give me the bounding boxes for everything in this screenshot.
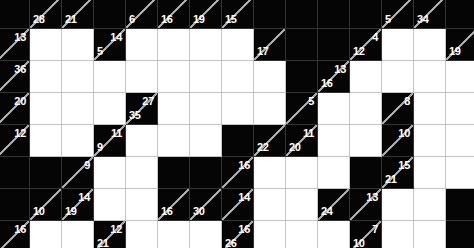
cell-r3c10[interactable] (318, 93, 350, 125)
cell-r6c12[interactable] (382, 189, 414, 221)
cell-r7c2[interactable] (62, 221, 94, 248)
cell-r0c14 (446, 0, 474, 29)
cell-r4c9: 1120 (286, 125, 318, 157)
cell-r2c9 (286, 61, 318, 93)
cell-r2c0: 36 (0, 61, 30, 93)
across-clue: 15 (398, 160, 410, 171)
cell-r6c3[interactable] (94, 189, 126, 221)
cell-r4c8: 22 (254, 125, 286, 157)
cell-r4c0: 12 (0, 125, 30, 157)
cell-r6c7: 14 (222, 189, 254, 221)
across-clue: 9 (84, 160, 90, 171)
cell-r7c5[interactable] (158, 221, 190, 248)
cell-r5c2: 9 (62, 157, 94, 189)
cell-r2c3[interactable] (94, 61, 126, 93)
across-clue: 14 (238, 192, 250, 203)
cell-r1c7[interactable] (222, 29, 254, 61)
cell-r4c14[interactable] (446, 125, 474, 157)
cell-r1c2[interactable] (62, 29, 94, 61)
cell-r3c7[interactable] (222, 93, 254, 125)
cell-r5c14[interactable] (446, 157, 474, 189)
cell-r3c4: 2735 (126, 93, 158, 125)
down-clue: 15 (225, 14, 237, 25)
across-clue: 14 (110, 32, 122, 43)
kakuro-board: 2821616191553413145174121936131620273558… (0, 0, 474, 248)
cell-r6c0 (0, 189, 30, 221)
down-clue: 26 (225, 238, 237, 248)
cell-r2c14[interactable] (446, 61, 474, 93)
cell-r4c10[interactable] (318, 125, 350, 157)
cell-r0c7: 15 (222, 0, 254, 29)
cell-r0c10 (318, 0, 350, 29)
cell-r6c11: 13 (350, 189, 382, 221)
cell-r3c13[interactable] (414, 93, 446, 125)
across-clue: 5 (308, 96, 314, 107)
cell-r7c6[interactable] (190, 221, 222, 248)
down-clue: 9 (97, 142, 103, 153)
down-clue: 19 (65, 206, 77, 217)
down-clue: 22 (257, 142, 269, 153)
cell-r2c1[interactable] (30, 61, 62, 93)
down-clue: 16 (321, 78, 333, 89)
cell-r0c13: 34 (414, 0, 446, 29)
cell-r1c13[interactable] (414, 29, 446, 61)
cell-r1c9 (286, 29, 318, 61)
cell-r5c0 (0, 157, 30, 189)
across-clue: 11 (111, 128, 122, 139)
cell-r3c6[interactable] (190, 93, 222, 125)
cell-r2c6[interactable] (190, 61, 222, 93)
cell-r2c7[interactable] (222, 61, 254, 93)
across-clue: 20 (14, 96, 26, 107)
down-clue: 10 (353, 238, 365, 248)
cell-r0c8 (254, 0, 286, 29)
cell-r6c4[interactable] (126, 189, 158, 221)
cell-r3c11[interactable] (350, 93, 382, 125)
cell-r7c4[interactable] (126, 221, 158, 248)
cell-r7c9[interactable] (286, 221, 318, 248)
cell-r2c10: 1316 (318, 61, 350, 93)
down-clue: 21 (385, 174, 397, 185)
cell-r3c9: 5 (286, 93, 318, 125)
cell-r2c4[interactable] (126, 61, 158, 93)
down-clue: 21 (65, 14, 77, 25)
cell-r4c5[interactable] (158, 125, 190, 157)
cell-r1c3: 145 (94, 29, 126, 61)
across-clue: 10 (398, 128, 410, 139)
down-clue: 6 (129, 14, 135, 25)
cell-r7c10[interactable] (318, 221, 350, 248)
cell-r7c3: 1221 (94, 221, 126, 248)
kakuro-grid: 2821616191553413145174121936131620273558… (0, 0, 474, 248)
cell-r4c1[interactable] (30, 125, 62, 157)
down-clue: 30 (193, 206, 205, 217)
cell-r0c9 (286, 0, 318, 29)
across-clue: 27 (142, 96, 154, 107)
cell-r5c8[interactable] (254, 157, 286, 189)
cell-r4c12: 10 (382, 125, 414, 157)
down-clue: 19 (193, 14, 205, 25)
cell-r6c5: 16 (158, 189, 190, 221)
cell-r1c4[interactable] (126, 29, 158, 61)
down-clue: 5 (97, 46, 103, 57)
cell-r7c12[interactable] (382, 221, 414, 248)
cell-r4c13[interactable] (414, 125, 446, 157)
cell-r6c9[interactable] (286, 189, 318, 221)
cell-r7c0: 16 (0, 221, 30, 248)
cell-r6c14 (446, 189, 474, 221)
cell-r1c6[interactable] (190, 29, 222, 61)
cell-r5c11 (350, 157, 382, 189)
cell-r3c12: 8 (382, 93, 414, 125)
cell-r4c7 (222, 125, 254, 157)
cell-r2c13[interactable] (414, 61, 446, 93)
down-clue: 34 (417, 14, 429, 25)
cell-r0c1: 28 (30, 0, 62, 29)
across-clue: 16 (238, 224, 250, 235)
cell-r2c5[interactable] (158, 61, 190, 93)
cell-r0c5: 16 (158, 0, 190, 29)
across-clue: 16 (238, 160, 250, 171)
cell-r1c11: 412 (350, 29, 382, 61)
cell-r3c3[interactable] (94, 93, 126, 125)
down-clue: 16 (161, 14, 173, 25)
cell-r5c7: 16 (222, 157, 254, 189)
cell-r5c13[interactable] (414, 157, 446, 189)
cell-r4c2[interactable] (62, 125, 94, 157)
cell-r5c1 (30, 157, 62, 189)
down-clue: 12 (353, 46, 365, 57)
cell-r2c8[interactable] (254, 61, 286, 93)
cell-r7c14 (446, 221, 474, 248)
cell-r1c8: 17 (254, 29, 286, 61)
across-clue: 16 (14, 224, 26, 235)
cell-r4c3: 119 (94, 125, 126, 157)
across-clue: 36 (14, 64, 26, 75)
cell-r6c13[interactable] (414, 189, 446, 221)
cell-r5c5 (158, 157, 190, 189)
cell-r1c0: 13 (0, 29, 30, 61)
cell-r0c2: 21 (62, 0, 94, 29)
down-clue: 21 (97, 238, 109, 248)
across-clue: 11 (303, 128, 314, 139)
down-clue: 10 (33, 206, 45, 217)
cell-r5c12: 1521 (382, 157, 414, 189)
cell-r6c6: 30 (190, 189, 222, 221)
down-clue: 17 (257, 46, 269, 57)
cell-r6c1: 10 (30, 189, 62, 221)
cell-r0c3 (94, 0, 126, 29)
cell-r3c5[interactable] (158, 93, 190, 125)
cell-r3c8[interactable] (254, 93, 286, 125)
down-clue: 28 (33, 14, 45, 25)
across-clue: 13 (14, 32, 26, 43)
cell-r6c10: 24 (318, 189, 350, 221)
down-clue: 16 (161, 206, 173, 217)
cell-r4c6[interactable] (190, 125, 222, 157)
cell-r4c4[interactable] (126, 125, 158, 157)
cell-r0c0 (0, 0, 30, 29)
cell-r1c10 (318, 29, 350, 61)
down-clue: 24 (321, 206, 333, 217)
cell-r1c5[interactable] (158, 29, 190, 61)
cell-r1c14: 19 (446, 29, 474, 61)
cell-r2c12[interactable] (382, 61, 414, 93)
across-clue: 12 (14, 128, 26, 139)
cell-r7c13[interactable] (414, 221, 446, 248)
cell-r6c8[interactable] (254, 189, 286, 221)
down-clue: 5 (385, 14, 391, 25)
cell-r0c11 (350, 0, 382, 29)
across-clue: 14 (78, 192, 90, 203)
cell-r5c10[interactable] (318, 157, 350, 189)
cell-r5c3[interactable] (94, 157, 126, 189)
cell-r0c4: 6 (126, 0, 158, 29)
cell-r3c1[interactable] (30, 93, 62, 125)
across-clue: 7 (372, 224, 378, 235)
cell-r7c1[interactable] (30, 221, 62, 248)
cell-r5c6 (190, 157, 222, 189)
across-clue: 4 (372, 32, 378, 43)
cell-r7c8[interactable] (254, 221, 286, 248)
cell-r1c12[interactable] (382, 29, 414, 61)
across-clue: 13 (366, 192, 378, 203)
cell-r0c6: 19 (190, 0, 222, 29)
down-clue: 35 (129, 110, 141, 121)
across-clue: 12 (110, 224, 122, 235)
cell-r5c4[interactable] (126, 157, 158, 189)
cell-r3c14[interactable] (446, 93, 474, 125)
cell-r0c12: 5 (382, 0, 414, 29)
cell-r7c11: 710 (350, 221, 382, 248)
down-clue: 19 (449, 46, 461, 57)
cell-r2c2[interactable] (62, 61, 94, 93)
cell-r4c11[interactable] (350, 125, 382, 157)
cell-r1c1[interactable] (30, 29, 62, 61)
cell-r5c9[interactable] (286, 157, 318, 189)
cell-r7c7: 1626 (222, 221, 254, 248)
across-clue: 13 (334, 64, 346, 75)
cell-r3c2[interactable] (62, 93, 94, 125)
cell-r3c0: 20 (0, 93, 30, 125)
cell-r6c2: 1419 (62, 189, 94, 221)
cell-r2c11[interactable] (350, 61, 382, 93)
across-clue: 8 (404, 96, 410, 107)
down-clue: 20 (289, 142, 301, 153)
